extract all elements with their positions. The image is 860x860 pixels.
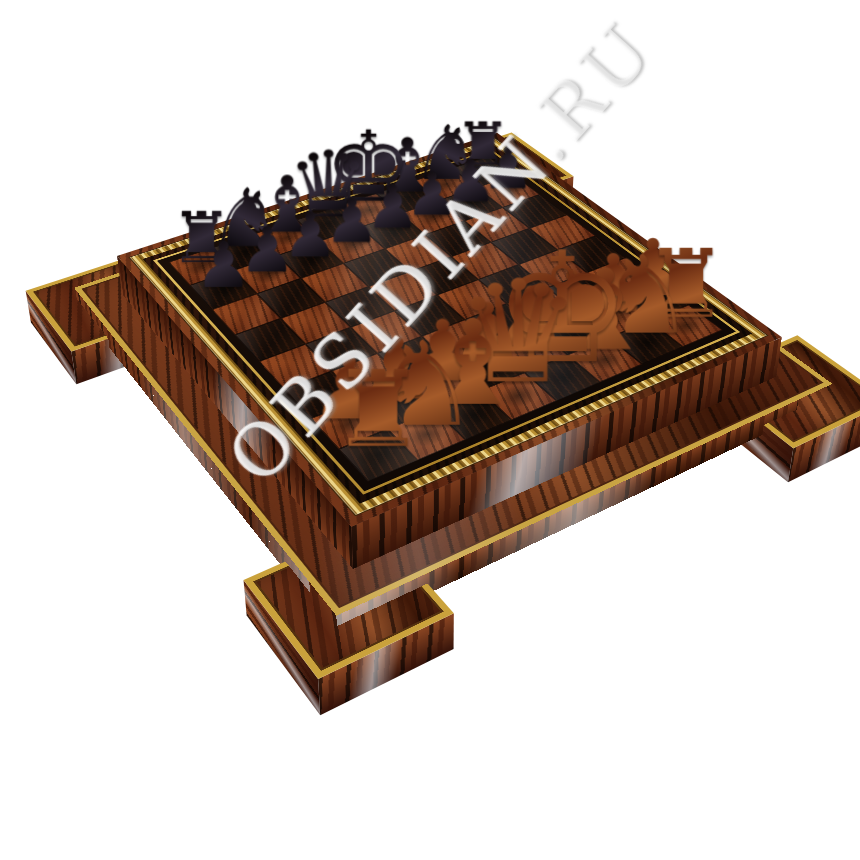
- playing-field: ♜♞♝♛♚♝♞♜♟♟♟♟♟♟♟♟♟♟♟♟♟♟♟♟♜♞♝♛♚♝♞♜: [169, 156, 723, 481]
- rosette-icon: [744, 356, 799, 389]
- foot-side: [71, 311, 189, 384]
- chess-board-3d: ♜♞♝♛♚♝♞♜♟♟♟♟♟♟♟♟♟♟♟♟♟♟♟♟♜♞♝♛♚♝♞♜: [28, 94, 860, 614]
- rosette-icon: [298, 550, 359, 595]
- chess-scene: ♜♞♝♛♚♝♞♜♟♟♟♟♟♟♟♟♟♟♟♟♟♟♟♟♜♞♝♛♚♝♞♜: [0, 0, 860, 860]
- product-photo-stage: ♜♞♝♛♚♝♞♜♟♟♟♟♟♟♟♟♟♟♟♟♟♟♟♟♜♞♝♛♚♝♞♜ OBSIDIA…: [0, 0, 860, 860]
